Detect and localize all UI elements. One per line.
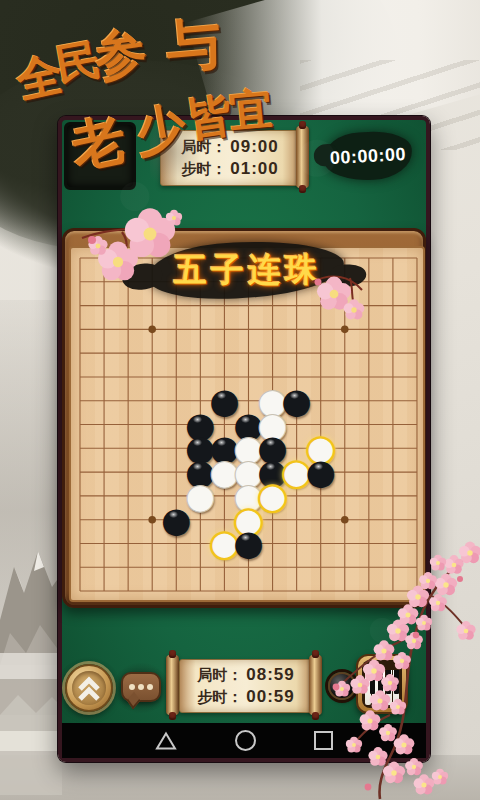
piano-keys-icon: [362, 660, 402, 708]
black-stone-turn-indicator: [328, 672, 356, 700]
board-surface[interactable]: ●●●●●●●●●●●●●●●●●●●●●●●●: [69, 246, 425, 602]
game-time-value: 09:00: [230, 137, 278, 157]
countdown-timer-scroll: 局时：08:59 步时：00:59: [179, 659, 313, 713]
ink-wash-over-scroll: [150, 126, 202, 188]
match-clock: 00:00:00: [329, 144, 406, 169]
collapse-hud-button[interactable]: [65, 664, 113, 712]
step-time-value: 01:00: [230, 159, 278, 179]
chat-button[interactable]: [121, 672, 161, 702]
board-title: 五子连珠: [158, 248, 338, 293]
promo-screenshot: 局时：09:00 步时：01:00 00:00:00 ●●●●●●●●●●●●●…: [0, 0, 480, 800]
nav-home-button[interactable]: [235, 730, 256, 751]
step-time-value: 00:59: [246, 687, 294, 707]
scroll-roller: [166, 655, 179, 715]
scroll-roller: [296, 126, 309, 188]
double-chevron-up-icon: [72, 671, 106, 705]
game-time-label: 局时：: [197, 665, 242, 685]
nav-back-button[interactable]: [155, 731, 177, 751]
ink-mountains: [0, 545, 62, 795]
music-button[interactable]: [356, 654, 408, 714]
android-navbar: [62, 723, 426, 758]
game-screen: 局时：09:00 步时：01:00 00:00:00 ●●●●●●●●●●●●●…: [58, 116, 430, 762]
scroll-roller: [309, 655, 322, 715]
chat-bubble-icon: [123, 674, 159, 700]
step-time-label: 步时：: [197, 687, 242, 707]
nav-recents-button[interactable]: [314, 731, 333, 750]
game-time-value: 08:59: [246, 665, 294, 685]
player-avatar-frame[interactable]: [64, 122, 136, 190]
board-grid: [71, 248, 423, 600]
match-clock-ink-blob: 00:00:00: [323, 130, 413, 183]
